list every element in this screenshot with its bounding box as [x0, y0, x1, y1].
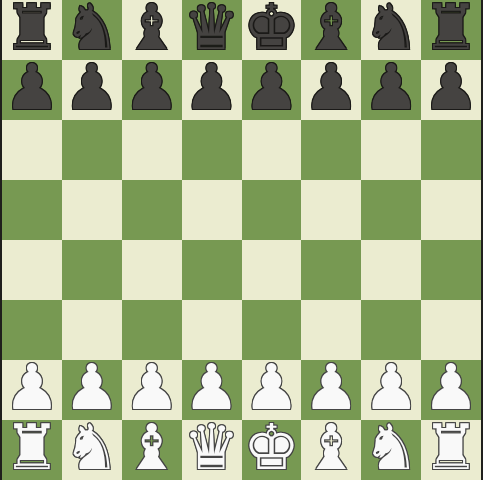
- square-a1[interactable]: ♜: [2, 420, 62, 480]
- black-pawn[interactable]: ♟: [242, 58, 302, 118]
- white-pawn[interactable]: ♟: [122, 358, 182, 418]
- black-pawn[interactable]: ♟: [361, 58, 421, 118]
- black-pawn[interactable]: ♟: [62, 58, 122, 118]
- square-d4[interactable]: [182, 240, 242, 300]
- black-bishop[interactable]: ♝: [301, 0, 361, 58]
- square-f1[interactable]: ♝: [301, 420, 361, 480]
- white-pawn[interactable]: ♟: [2, 358, 62, 418]
- square-e1[interactable]: ♚: [242, 420, 302, 480]
- square-c7[interactable]: ♟: [122, 60, 182, 120]
- white-pawn[interactable]: ♟: [421, 358, 481, 418]
- white-queen[interactable]: ♛: [182, 418, 242, 478]
- square-d6[interactable]: [182, 120, 242, 180]
- square-a7[interactable]: ♟: [2, 60, 62, 120]
- square-g6[interactable]: [361, 120, 421, 180]
- white-pawn[interactable]: ♟: [361, 358, 421, 418]
- square-b6[interactable]: [62, 120, 122, 180]
- black-pawn[interactable]: ♟: [182, 58, 242, 118]
- square-a6[interactable]: [2, 120, 62, 180]
- square-g1[interactable]: ♞: [361, 420, 421, 480]
- square-b7[interactable]: ♟: [62, 60, 122, 120]
- square-c1[interactable]: ♝: [122, 420, 182, 480]
- square-d7[interactable]: ♟: [182, 60, 242, 120]
- square-f6[interactable]: [301, 120, 361, 180]
- square-c5[interactable]: [122, 180, 182, 240]
- black-rook[interactable]: ♜: [2, 0, 62, 58]
- black-pawn[interactable]: ♟: [122, 58, 182, 118]
- square-a5[interactable]: [2, 180, 62, 240]
- black-bishop[interactable]: ♝: [122, 0, 182, 58]
- black-queen[interactable]: ♛: [182, 0, 242, 58]
- square-e6[interactable]: [242, 120, 302, 180]
- square-f7[interactable]: ♟: [301, 60, 361, 120]
- square-b1[interactable]: ♞: [62, 420, 122, 480]
- black-knight[interactable]: ♞: [361, 0, 421, 58]
- square-f5[interactable]: [301, 180, 361, 240]
- square-f4[interactable]: [301, 240, 361, 300]
- white-rook[interactable]: ♜: [2, 418, 62, 478]
- black-pawn[interactable]: ♟: [421, 58, 481, 118]
- black-pawn[interactable]: ♟: [301, 58, 361, 118]
- white-pawn[interactable]: ♟: [301, 358, 361, 418]
- white-pawn[interactable]: ♟: [182, 358, 242, 418]
- square-h7[interactable]: ♟: [421, 60, 481, 120]
- square-e7[interactable]: ♟: [242, 60, 302, 120]
- black-rook[interactable]: ♜: [421, 0, 481, 58]
- square-b4[interactable]: [62, 240, 122, 300]
- window-edge-left: [0, 0, 2, 480]
- square-h4[interactable]: [421, 240, 481, 300]
- square-c6[interactable]: [122, 120, 182, 180]
- chess-app-window: ♜♞♝♛♚♝♞♜♟♟♟♟♟♟♟♟♟♟♟♟♟♟♟♟♜♞♝♛♚♝♞♜: [0, 0, 483, 480]
- black-knight[interactable]: ♞: [62, 0, 122, 58]
- white-pawn[interactable]: ♟: [62, 358, 122, 418]
- square-e5[interactable]: [242, 180, 302, 240]
- white-knight[interactable]: ♞: [361, 418, 421, 478]
- white-bishop[interactable]: ♝: [122, 418, 182, 478]
- white-king[interactable]: ♚: [242, 418, 302, 478]
- square-g5[interactable]: [361, 180, 421, 240]
- black-king[interactable]: ♚: [242, 0, 302, 58]
- square-g4[interactable]: [361, 240, 421, 300]
- white-bishop[interactable]: ♝: [301, 418, 361, 478]
- square-a4[interactable]: [2, 240, 62, 300]
- square-h1[interactable]: ♜: [421, 420, 481, 480]
- square-c4[interactable]: [122, 240, 182, 300]
- square-b5[interactable]: [62, 180, 122, 240]
- white-rook[interactable]: ♜: [421, 418, 481, 478]
- square-h5[interactable]: [421, 180, 481, 240]
- chess-board: ♜♞♝♛♚♝♞♜♟♟♟♟♟♟♟♟♟♟♟♟♟♟♟♟♜♞♝♛♚♝♞♜: [2, 0, 481, 480]
- square-e4[interactable]: [242, 240, 302, 300]
- square-g7[interactable]: ♟: [361, 60, 421, 120]
- square-h6[interactable]: [421, 120, 481, 180]
- square-d1[interactable]: ♛: [182, 420, 242, 480]
- square-d5[interactable]: [182, 180, 242, 240]
- white-knight[interactable]: ♞: [62, 418, 122, 478]
- black-pawn[interactable]: ♟: [2, 58, 62, 118]
- white-pawn[interactable]: ♟: [242, 358, 302, 418]
